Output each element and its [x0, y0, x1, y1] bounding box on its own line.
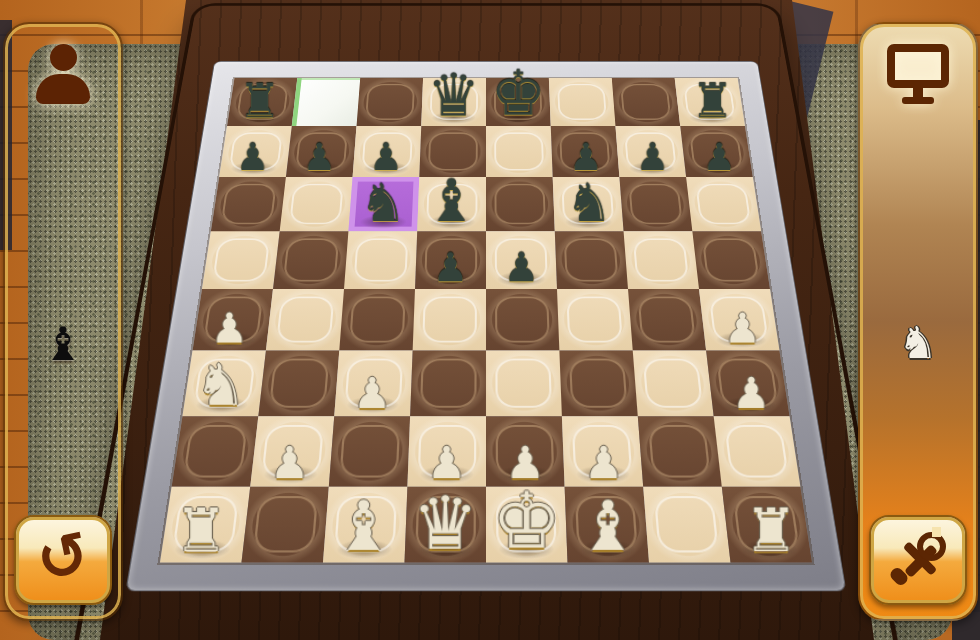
left-player-panel: ♝ ↺ [3, 22, 123, 621]
square-c1[interactable]: ♝ [323, 487, 407, 563]
square-h4[interactable]: ♟ [699, 289, 779, 351]
monitor-icon[interactable] [885, 44, 951, 106]
piece-white-rook[interactable]: ♜ [160, 501, 241, 561]
square-d2[interactable]: ♟ [407, 416, 486, 486]
square-f6[interactable]: ♞ [553, 177, 624, 231]
square-d1[interactable]: ♛ [404, 487, 486, 563]
square-f7[interactable]: ♟ [551, 126, 620, 177]
square-c2[interactable] [329, 416, 410, 486]
wrench-notch [932, 527, 941, 537]
piece-white-pawn[interactable]: ♟ [407, 440, 486, 484]
piece-white-bishop[interactable]: ♝ [323, 491, 404, 560]
piece-black-rook[interactable]: ♜ [227, 77, 292, 124]
square-a2[interactable] [172, 416, 259, 486]
square-f4[interactable] [557, 289, 633, 351]
square-b7[interactable]: ♟ [286, 126, 357, 177]
piece-black-pawn[interactable]: ♟ [286, 138, 353, 176]
monitor-icon-base [902, 97, 934, 104]
monitor-icon-screen [887, 44, 949, 88]
square-e4[interactable] [486, 289, 559, 351]
square-h3[interactable]: ♟ [706, 351, 789, 417]
piece-black-queen[interactable]: ♛ [421, 66, 486, 124]
square-a7[interactable]: ♟ [219, 126, 292, 177]
piece-white-rook[interactable]: ♜ [730, 501, 811, 561]
square-c4[interactable] [339, 289, 415, 351]
square-d6[interactable]: ♝ [417, 177, 486, 231]
square-g4[interactable] [628, 289, 706, 351]
square-h7[interactable]: ♟ [680, 126, 753, 177]
settings-button[interactable] [869, 515, 967, 605]
square-f1[interactable]: ♝ [565, 487, 649, 563]
piece-black-pawn[interactable]: ♟ [415, 247, 486, 287]
square-g1[interactable] [643, 487, 730, 563]
piece-black-pawn[interactable]: ♟ [486, 247, 557, 287]
board-3d-scene: ♜♛♚♜♟♟♟♟♟♟♞♝♞♟♟♟♟♞♟♟♟♟♟♟♜♝♛♚♝♜ [160, 78, 812, 562]
square-h8[interactable]: ♜ [675, 78, 745, 126]
square-f2[interactable]: ♟ [562, 416, 643, 486]
piece-white-bishop[interactable]: ♝ [567, 491, 648, 560]
piece-white-pawn[interactable]: ♟ [250, 440, 329, 484]
chess-app-screen: ♜♛♚♜♟♟♟♟♟♟♞♝♞♟♟♟♟♞♟♟♟♟♟♟♜♝♛♚♝♜ ♝ ↺ ♞ [0, 0, 980, 640]
square-g2[interactable] [638, 416, 722, 486]
square-c7[interactable]: ♟ [353, 126, 422, 177]
piece-white-pawn[interactable]: ♟ [565, 440, 644, 484]
square-d8[interactable]: ♛ [421, 78, 486, 126]
square-b3[interactable] [258, 351, 339, 417]
piece-black-king[interactable]: ♚ [486, 63, 551, 125]
square-d4[interactable] [413, 289, 486, 351]
square-h1[interactable]: ♜ [722, 487, 812, 563]
square-f3[interactable] [559, 351, 637, 417]
monitor-icon-neck [913, 88, 923, 97]
piece-white-pawn[interactable]: ♟ [706, 307, 779, 348]
piece-black-knight[interactable]: ♞ [349, 177, 418, 229]
square-g3[interactable] [633, 351, 714, 417]
undo-arrow-icon: ↺ [30, 516, 96, 598]
square-f8[interactable] [549, 78, 616, 126]
square-a3[interactable]: ♞ [182, 351, 265, 417]
piece-black-rook[interactable]: ♜ [680, 77, 745, 124]
person-icon-head [50, 44, 77, 71]
square-b8[interactable] [292, 78, 360, 126]
square-g8[interactable] [612, 78, 680, 126]
piece-white-pawn[interactable]: ♟ [334, 372, 410, 415]
piece-black-pawn[interactable]: ♟ [353, 138, 420, 176]
person-icon-body [36, 74, 90, 104]
piece-white-pawn[interactable]: ♟ [193, 307, 266, 348]
person-icon[interactable] [31, 44, 95, 106]
square-b4[interactable] [266, 289, 344, 351]
square-b1[interactable] [241, 487, 328, 563]
square-e8[interactable]: ♚ [486, 78, 551, 126]
square-h2[interactable] [714, 416, 801, 486]
square-e3[interactable] [486, 351, 562, 417]
square-e1[interactable]: ♚ [486, 487, 568, 563]
undo-button[interactable]: ↺ [14, 515, 112, 605]
square-c3[interactable]: ♟ [334, 351, 412, 417]
square-c8[interactable] [357, 78, 424, 126]
piece-black-pawn[interactable]: ♟ [686, 138, 753, 176]
square-e7[interactable] [486, 126, 553, 177]
piece-white-pawn[interactable]: ♟ [713, 372, 789, 415]
square-c6[interactable]: ♞ [348, 177, 419, 231]
piece-black-pawn[interactable]: ♟ [553, 138, 620, 176]
piece-black-knight[interactable]: ♞ [555, 177, 624, 229]
square-d3[interactable] [410, 351, 486, 417]
square-a8[interactable]: ♜ [227, 78, 297, 126]
piece-white-king[interactable]: ♚ [486, 482, 567, 560]
tools-icon [888, 530, 948, 590]
square-g7[interactable]: ♟ [615, 126, 686, 177]
square-a1[interactable]: ♜ [160, 487, 250, 563]
piece-black-pawn[interactable]: ♟ [219, 138, 286, 176]
square-a4[interactable]: ♟ [193, 289, 273, 351]
captured-black-bishop-icon: ♝ [5, 321, 121, 367]
captured-white-knight-icon: ♞ [860, 321, 976, 365]
piece-white-queen[interactable]: ♛ [405, 487, 486, 560]
piece-white-knight[interactable]: ♞ [183, 357, 259, 415]
piece-black-bishop[interactable]: ♝ [417, 172, 486, 230]
square-b2[interactable]: ♟ [250, 416, 334, 486]
piece-black-pawn[interactable]: ♟ [619, 138, 686, 176]
right-player-panel: ♞ [858, 22, 978, 621]
